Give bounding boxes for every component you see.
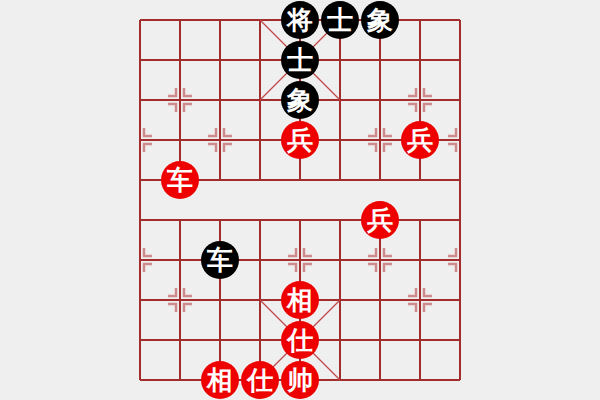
piece-red-chariot[interactable]: 车	[161, 161, 199, 199]
intersection-c0r7[interactable]	[120, 280, 160, 320]
intersection-c5r7[interactable]	[320, 280, 360, 320]
intersection-c8r4[interactable]	[440, 160, 480, 200]
intersection-c0r6[interactable]	[120, 240, 160, 280]
intersection-c3r3[interactable]	[240, 120, 280, 160]
intersection-c1r3[interactable]	[160, 120, 200, 160]
intersection-c5r4[interactable]	[320, 160, 360, 200]
piece-red-advisor[interactable]: 仕	[281, 321, 319, 359]
intersection-c0r1[interactable]	[120, 40, 160, 80]
intersection-c6r2[interactable]	[360, 80, 400, 120]
intersection-c5r6[interactable]	[320, 240, 360, 280]
intersection-c6r6[interactable]	[360, 240, 400, 280]
intersection-c1r9[interactable]	[160, 360, 200, 400]
intersection-c2r7[interactable]	[200, 280, 240, 320]
intersection-c3r8[interactable]	[240, 320, 280, 360]
intersection-c1r8[interactable]	[160, 320, 200, 360]
xiangqi-app: 将士象士象车兵兵车兵相仕相仕帅	[0, 0, 600, 400]
intersection-c1r1[interactable]	[160, 40, 200, 80]
intersection-c8r1[interactable]	[440, 40, 480, 80]
intersection-c7r5[interactable]	[400, 200, 440, 240]
piece-red-advisor[interactable]: 仕	[241, 361, 279, 399]
intersection-c8r8[interactable]	[440, 320, 480, 360]
piece-black-advisor[interactable]: 士	[281, 41, 319, 79]
intersection-c6r8[interactable]	[360, 320, 400, 360]
intersection-c7r9[interactable]	[400, 360, 440, 400]
intersection-c6r7[interactable]	[360, 280, 400, 320]
intersection-c8r6[interactable]	[440, 240, 480, 280]
intersection-c5r9[interactable]	[320, 360, 360, 400]
intersection-c1r6[interactable]	[160, 240, 200, 280]
intersection-c1r0[interactable]	[160, 0, 200, 40]
intersection-c5r3[interactable]	[320, 120, 360, 160]
intersection-c3r7[interactable]	[240, 280, 280, 320]
piece-black-general[interactable]: 将	[281, 1, 319, 39]
intersection-c7r4[interactable]	[400, 160, 440, 200]
intersection-c5r5[interactable]	[320, 200, 360, 240]
piece-red-general[interactable]: 帅	[281, 361, 319, 399]
intersection-c7r1[interactable]	[400, 40, 440, 80]
intersection-c3r4[interactable]	[240, 160, 280, 200]
piece-red-elephant[interactable]: 相	[281, 281, 319, 319]
intersection-c0r4[interactable]	[120, 160, 160, 200]
intersection-c2r1[interactable]	[200, 40, 240, 80]
piece-red-soldier[interactable]: 兵	[401, 121, 439, 159]
intersection-c8r0[interactable]	[440, 0, 480, 40]
intersection-c2r0[interactable]	[200, 0, 240, 40]
intersection-c7r7[interactable]	[400, 280, 440, 320]
intersection-c8r7[interactable]	[440, 280, 480, 320]
xiangqi-board: 将士象士象车兵兵车兵相仕相仕帅	[120, 0, 480, 400]
intersection-c5r2[interactable]	[320, 80, 360, 120]
intersection-c2r2[interactable]	[200, 80, 240, 120]
piece-red-elephant[interactable]: 相	[201, 361, 239, 399]
intersection-c0r2[interactable]	[120, 80, 160, 120]
intersection-c4r6[interactable]	[280, 240, 320, 280]
intersection-c6r9[interactable]	[360, 360, 400, 400]
intersection-c2r5[interactable]	[200, 200, 240, 240]
intersection-c8r5[interactable]	[440, 200, 480, 240]
piece-black-elephant[interactable]: 象	[361, 1, 399, 39]
intersection-c3r0[interactable]	[240, 0, 280, 40]
intersection-c1r2[interactable]	[160, 80, 200, 120]
intersection-c3r2[interactable]	[240, 80, 280, 120]
intersection-c4r5[interactable]	[280, 200, 320, 240]
intersection-c8r9[interactable]	[440, 360, 480, 400]
intersection-c8r3[interactable]	[440, 120, 480, 160]
piece-black-advisor[interactable]: 士	[321, 1, 359, 39]
intersection-c1r5[interactable]	[160, 200, 200, 240]
intersection-c7r2[interactable]	[400, 80, 440, 120]
intersection-c2r8[interactable]	[200, 320, 240, 360]
intersection-c6r3[interactable]	[360, 120, 400, 160]
piece-red-soldier[interactable]: 兵	[361, 201, 399, 239]
piece-black-chariot[interactable]: 车	[201, 241, 239, 279]
intersection-c6r4[interactable]	[360, 160, 400, 200]
intersection-c7r8[interactable]	[400, 320, 440, 360]
intersection-c8r2[interactable]	[440, 80, 480, 120]
intersection-c3r5[interactable]	[240, 200, 280, 240]
intersection-c3r6[interactable]	[240, 240, 280, 280]
intersection-c0r3[interactable]	[120, 120, 160, 160]
intersection-c0r8[interactable]	[120, 320, 160, 360]
piece-red-soldier[interactable]: 兵	[281, 121, 319, 159]
intersection-c1r7[interactable]	[160, 280, 200, 320]
intersection-c4r4[interactable]	[280, 160, 320, 200]
intersection-c5r1[interactable]	[320, 40, 360, 80]
intersection-c2r3[interactable]	[200, 120, 240, 160]
intersection-c0r5[interactable]	[120, 200, 160, 240]
intersection-c0r0[interactable]	[120, 0, 160, 40]
intersection-c3r1[interactable]	[240, 40, 280, 80]
intersection-c5r8[interactable]	[320, 320, 360, 360]
intersection-c7r6[interactable]	[400, 240, 440, 280]
piece-black-elephant[interactable]: 象	[281, 81, 319, 119]
intersection-c0r9[interactable]	[120, 360, 160, 400]
intersection-c2r4[interactable]	[200, 160, 240, 200]
intersection-c6r1[interactable]	[360, 40, 400, 80]
intersection-c7r0[interactable]	[400, 0, 440, 40]
